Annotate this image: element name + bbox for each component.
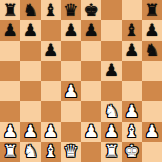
square-g1[interactable]: ♚ (122, 142, 142, 162)
square-c5[interactable] (41, 61, 61, 81)
piece-black-queen-d8[interactable]: ♛ (63, 2, 78, 19)
square-d6[interactable] (61, 41, 81, 61)
square-c2[interactable]: ♟ (41, 122, 61, 142)
piece-black-pawn-d7[interactable]: ♟ (63, 22, 78, 39)
square-b4[interactable] (20, 81, 40, 101)
square-e6[interactable] (81, 41, 101, 61)
square-h3[interactable] (142, 101, 162, 121)
square-g7[interactable]: ♝ (122, 20, 142, 40)
piece-white-pawn-b2[interactable]: ♟ (23, 123, 38, 140)
square-d4[interactable]: ♟ (61, 81, 81, 101)
square-f7[interactable] (101, 20, 121, 40)
square-g6[interactable]: ♟ (122, 41, 142, 61)
square-c4[interactable] (41, 81, 61, 101)
square-d7[interactable]: ♟ (61, 20, 81, 40)
piece-white-bishop-g2[interactable]: ♝ (124, 123, 139, 140)
square-f8[interactable] (101, 0, 121, 20)
piece-black-pawn-c6[interactable]: ♟ (43, 42, 58, 59)
square-a8[interactable]: ♜ (0, 0, 20, 20)
square-b2[interactable]: ♟ (20, 122, 40, 142)
piece-black-king-e8[interactable]: ♚ (84, 2, 99, 19)
square-f2[interactable]: ♟ (101, 122, 121, 142)
square-g5[interactable] (122, 61, 142, 81)
piece-black-pawn-b7[interactable]: ♟ (23, 22, 38, 39)
chess-board: ♜♞♝♛♚♜♟♟♟♟♝♟♟♟♞♟♟♞♟♟♟♟♟♟♝♟♜♞♝♛♜♚ (0, 0, 162, 162)
square-f4[interactable] (101, 81, 121, 101)
square-a4[interactable] (0, 81, 20, 101)
square-g3[interactable]: ♟ (122, 101, 142, 121)
square-a3[interactable] (0, 101, 20, 121)
piece-white-queen-d1[interactable]: ♛ (63, 143, 78, 160)
square-a1[interactable]: ♜ (0, 142, 20, 162)
square-g8[interactable] (122, 0, 142, 20)
square-c6[interactable]: ♟ (41, 41, 61, 61)
piece-white-pawn-f2[interactable]: ♟ (104, 123, 119, 140)
square-d5[interactable] (61, 61, 81, 81)
piece-black-knight-h6[interactable]: ♞ (144, 42, 159, 59)
square-g2[interactable]: ♝ (122, 122, 142, 142)
square-b1[interactable]: ♞ (20, 142, 40, 162)
piece-white-knight-f3[interactable]: ♞ (104, 103, 119, 120)
square-b7[interactable]: ♟ (20, 20, 40, 40)
square-f5[interactable]: ♟ (101, 61, 121, 81)
square-f3[interactable]: ♞ (101, 101, 121, 121)
piece-black-pawn-e7[interactable]: ♟ (84, 22, 99, 39)
square-a6[interactable] (0, 41, 20, 61)
piece-white-pawn-g3[interactable]: ♟ (124, 103, 139, 120)
square-a2[interactable]: ♟ (0, 122, 20, 142)
square-e3[interactable] (81, 101, 101, 121)
square-f6[interactable] (101, 41, 121, 61)
square-b6[interactable] (20, 41, 40, 61)
square-b8[interactable]: ♞ (20, 0, 40, 20)
square-e8[interactable]: ♚ (81, 0, 101, 20)
square-f1[interactable]: ♜ (101, 142, 121, 162)
square-g4[interactable] (122, 81, 142, 101)
square-h8[interactable]: ♜ (142, 0, 162, 20)
square-h2[interactable]: ♟ (142, 122, 162, 142)
square-d3[interactable] (61, 101, 81, 121)
piece-white-pawn-a2[interactable]: ♟ (3, 123, 18, 140)
piece-black-pawn-g6[interactable]: ♟ (124, 42, 139, 59)
piece-black-pawn-f5[interactable]: ♟ (104, 62, 119, 79)
square-a5[interactable] (0, 61, 20, 81)
square-c3[interactable] (41, 101, 61, 121)
piece-white-pawn-d4[interactable]: ♟ (63, 83, 78, 100)
piece-white-rook-f1[interactable]: ♜ (104, 143, 119, 160)
piece-black-knight-b8[interactable]: ♞ (23, 2, 38, 19)
piece-black-pawn-h7[interactable]: ♟ (144, 22, 159, 39)
square-b3[interactable] (20, 101, 40, 121)
piece-white-knight-b1[interactable]: ♞ (23, 143, 38, 160)
piece-white-rook-a1[interactable]: ♜ (3, 143, 18, 160)
piece-white-pawn-e2[interactable]: ♟ (84, 123, 99, 140)
square-h6[interactable]: ♞ (142, 41, 162, 61)
piece-white-pawn-c2[interactable]: ♟ (43, 123, 58, 140)
square-e7[interactable]: ♟ (81, 20, 101, 40)
square-e5[interactable] (81, 61, 101, 81)
square-a7[interactable]: ♟ (0, 20, 20, 40)
square-d8[interactable]: ♛ (61, 0, 81, 20)
piece-white-king-g1[interactable]: ♚ (124, 143, 139, 160)
square-e2[interactable]: ♟ (81, 122, 101, 142)
piece-black-pawn-a7[interactable]: ♟ (3, 22, 18, 39)
square-h5[interactable] (142, 61, 162, 81)
piece-black-rook-a8[interactable]: ♜ (3, 2, 18, 19)
square-c1[interactable]: ♝ (41, 142, 61, 162)
piece-white-pawn-h2[interactable]: ♟ (144, 123, 159, 140)
piece-black-bishop-g7[interactable]: ♝ (124, 22, 139, 39)
piece-black-rook-h8[interactable]: ♜ (144, 2, 159, 19)
square-b5[interactable] (20, 61, 40, 81)
square-h7[interactable]: ♟ (142, 20, 162, 40)
piece-black-bishop-c8[interactable]: ♝ (43, 2, 58, 19)
square-c7[interactable] (41, 20, 61, 40)
square-e1[interactable] (81, 142, 101, 162)
square-c8[interactable]: ♝ (41, 0, 61, 20)
square-d2[interactable] (61, 122, 81, 142)
piece-white-bishop-c1[interactable]: ♝ (43, 143, 58, 160)
square-h4[interactable] (142, 81, 162, 101)
square-e4[interactable] (81, 81, 101, 101)
square-h1[interactable] (142, 142, 162, 162)
square-d1[interactable]: ♛ (61, 142, 81, 162)
